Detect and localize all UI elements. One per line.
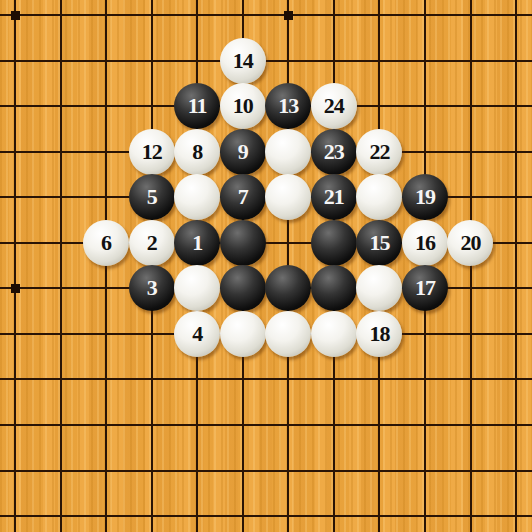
stone-move-number: 24 <box>324 95 344 117</box>
stone-white-4[interactable]: 4 <box>174 311 220 357</box>
stone-white[interactable] <box>356 174 402 220</box>
stone-move-number: 9 <box>238 141 248 163</box>
stone-move-number: 14 <box>233 50 253 72</box>
stone-white-6[interactable]: 6 <box>83 220 129 266</box>
stone-black-15[interactable]: 15 <box>356 220 402 266</box>
stone-white[interactable] <box>174 174 220 220</box>
stone-black-3[interactable]: 3 <box>129 265 175 311</box>
stone-move-number: 10 <box>233 95 253 117</box>
stone-move-number: 12 <box>142 141 162 163</box>
stone-move-number: 5 <box>147 186 157 208</box>
stone-black-19[interactable]: 19 <box>402 174 448 220</box>
stone-move-number: 6 <box>101 232 111 254</box>
stone-white[interactable] <box>356 265 402 311</box>
stone-black[interactable] <box>311 220 357 266</box>
stone-black-23[interactable]: 23 <box>311 129 357 175</box>
stone-black-9[interactable]: 9 <box>220 129 266 175</box>
stone-move-number: 2 <box>147 232 157 254</box>
stone-move-number: 21 <box>324 186 344 208</box>
stone-black-1[interactable]: 1 <box>174 220 220 266</box>
stone-white-16[interactable]: 16 <box>402 220 448 266</box>
stone-black-11[interactable]: 11 <box>174 83 220 129</box>
stone-move-number: 3 <box>147 277 157 299</box>
stone-move-number: 16 <box>415 232 435 254</box>
stone-white-2[interactable]: 2 <box>129 220 175 266</box>
go-board: 141110132412892322572119621151620317418 <box>0 0 532 532</box>
stone-move-number: 8 <box>192 141 202 163</box>
stone-black[interactable] <box>220 220 266 266</box>
stone-white[interactable] <box>265 129 311 175</box>
stone-move-number: 18 <box>369 323 389 345</box>
stone-white[interactable] <box>311 311 357 357</box>
stones-grid: 141110132412892322572119621151620317418 <box>0 0 532 532</box>
stone-black[interactable] <box>220 265 266 311</box>
stone-move-number: 23 <box>324 141 344 163</box>
stone-white[interactable] <box>265 311 311 357</box>
stone-black-17[interactable]: 17 <box>402 265 448 311</box>
stone-white-22[interactable]: 22 <box>356 129 402 175</box>
stone-white-14[interactable]: 14 <box>220 38 266 84</box>
stone-white-10[interactable]: 10 <box>220 83 266 129</box>
stone-move-number: 15 <box>369 232 389 254</box>
stone-white[interactable] <box>265 174 311 220</box>
stone-move-number: 19 <box>415 186 435 208</box>
stone-black-7[interactable]: 7 <box>220 174 266 220</box>
stone-move-number: 4 <box>192 323 202 345</box>
stone-move-number: 13 <box>278 95 298 117</box>
stone-white[interactable] <box>174 265 220 311</box>
stone-black-13[interactable]: 13 <box>265 83 311 129</box>
stone-move-number: 7 <box>238 186 248 208</box>
stone-white-8[interactable]: 8 <box>174 129 220 175</box>
stone-black[interactable] <box>311 265 357 311</box>
stone-move-number: 22 <box>369 141 389 163</box>
stone-white-12[interactable]: 12 <box>129 129 175 175</box>
stone-black-21[interactable]: 21 <box>311 174 357 220</box>
stone-white-20[interactable]: 20 <box>447 220 493 266</box>
stone-move-number: 17 <box>415 277 435 299</box>
stone-move-number: 1 <box>192 232 202 254</box>
stone-black-5[interactable]: 5 <box>129 174 175 220</box>
stone-move-number: 20 <box>460 232 480 254</box>
stone-move-number: 11 <box>188 95 207 117</box>
stone-white-18[interactable]: 18 <box>356 311 402 357</box>
stone-white-24[interactable]: 24 <box>311 83 357 129</box>
stone-white[interactable] <box>220 311 266 357</box>
stone-black[interactable] <box>265 265 311 311</box>
